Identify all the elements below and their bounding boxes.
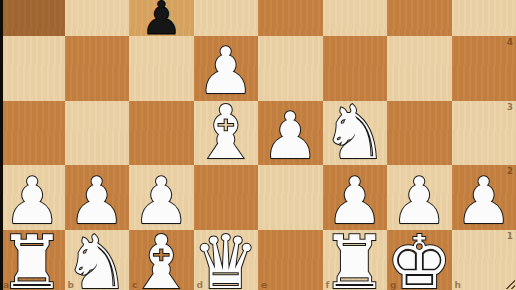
- square-h1[interactable]: h1: [452, 230, 516, 290]
- square-f3[interactable]: ♞: [323, 101, 388, 165]
- square-a5[interactable]: [0, 0, 65, 36]
- white-pawn[interactable]: ♟: [455, 164, 512, 238]
- square-d3[interactable]: ♝: [194, 101, 259, 165]
- square-c1[interactable]: ♝c: [129, 230, 194, 290]
- square-f5[interactable]: [323, 0, 388, 36]
- square-a3[interactable]: [0, 101, 65, 165]
- black-pawn[interactable]: ♟: [141, 0, 182, 45]
- square-a1[interactable]: ♜a: [0, 230, 65, 290]
- square-e5[interactable]: [258, 0, 323, 36]
- file-label-a: a: [3, 280, 9, 290]
- square-h4[interactable]: 4: [452, 36, 516, 101]
- file-label-b: b: [68, 280, 74, 290]
- square-c4[interactable]: [129, 36, 194, 101]
- square-g4[interactable]: [387, 36, 452, 101]
- square-e3[interactable]: ♟: [258, 101, 323, 165]
- square-d1[interactable]: ♛d: [194, 230, 259, 290]
- square-e4[interactable]: [258, 36, 323, 101]
- square-f1[interactable]: ♜f: [323, 230, 388, 290]
- square-e1[interactable]: e: [258, 230, 323, 290]
- file-label-g: g: [390, 280, 396, 290]
- square-h3[interactable]: 3: [452, 101, 516, 165]
- video-left-edge-bar: [0, 0, 3, 290]
- square-b5[interactable]: [65, 0, 130, 36]
- file-label-c: c: [132, 280, 137, 290]
- file-label-e: e: [261, 280, 267, 290]
- white-rook[interactable]: ♜: [322, 219, 388, 290]
- square-c5[interactable]: ♟: [129, 0, 194, 36]
- chess-board: ♟♟4♝♟♞3♟♟♟♟♟♟2♜a♞b♝c♛de♜f♚gh1: [0, 0, 516, 290]
- square-d5[interactable]: [194, 0, 259, 36]
- chess-video-frame: ♟♟4♝♟♞3♟♟♟♟♟♟2♜a♞b♝c♛de♜f♚gh1: [0, 0, 516, 290]
- file-label-f: f: [326, 280, 330, 290]
- square-e2[interactable]: [258, 165, 323, 230]
- square-h2[interactable]: ♟2: [452, 165, 516, 230]
- rank-label-3: 3: [507, 102, 513, 112]
- square-a4[interactable]: [0, 36, 65, 101]
- file-label-d: d: [197, 280, 203, 290]
- white-knight[interactable]: ♞: [322, 89, 388, 175]
- rank-label-2: 2: [507, 166, 513, 176]
- square-b3[interactable]: [65, 101, 130, 165]
- rank-label-4: 4: [507, 37, 513, 47]
- square-g5[interactable]: [387, 0, 452, 36]
- rank-label-1: 1: [507, 231, 513, 241]
- file-label-h: h: [455, 280, 461, 290]
- square-g1[interactable]: ♚g: [387, 230, 452, 290]
- white-pawn[interactable]: ♟: [262, 99, 319, 173]
- square-b1[interactable]: ♞b: [65, 230, 130, 290]
- square-b4[interactable]: [65, 36, 130, 101]
- square-g3[interactable]: [387, 101, 452, 165]
- square-c3[interactable]: [129, 101, 194, 165]
- white-rook[interactable]: ♜: [0, 219, 65, 290]
- square-h5[interactable]: [452, 0, 516, 36]
- white-bishop[interactable]: ♝: [128, 219, 194, 290]
- white-bishop[interactable]: ♝: [193, 89, 259, 175]
